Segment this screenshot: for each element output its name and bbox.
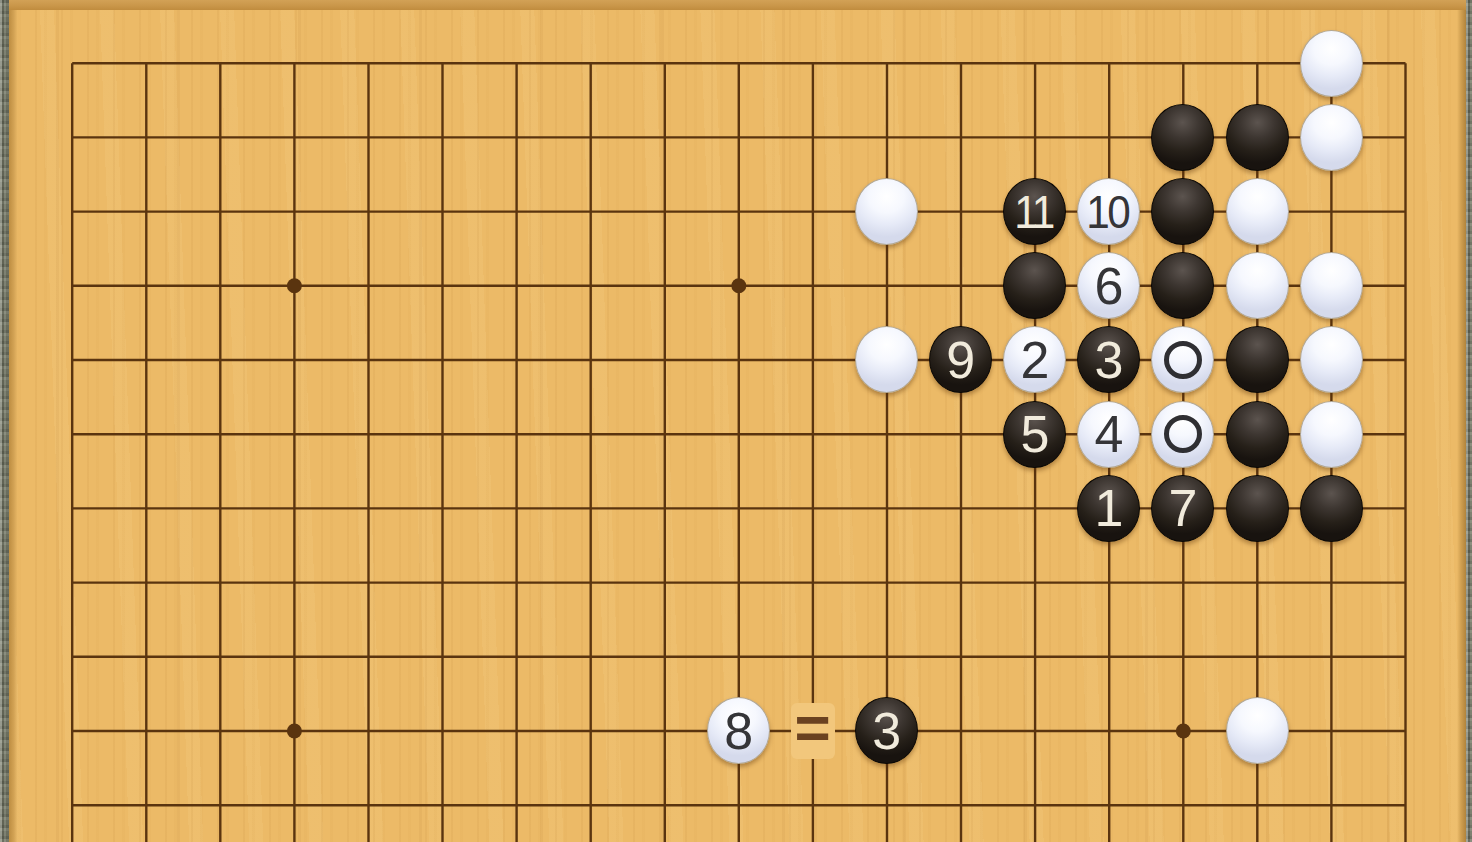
- move-number: 2: [1020, 334, 1049, 386]
- move-number: 5: [1020, 408, 1049, 460]
- move-number: 3: [872, 705, 901, 757]
- stone-white[interactable]: [1226, 252, 1289, 319]
- go-app-screen: 1110692354178=3: [0, 0, 1472, 842]
- move-number: 3: [1094, 334, 1123, 386]
- move-number: 6: [1094, 260, 1123, 312]
- move-number: 9: [946, 334, 975, 386]
- stone-black-move-3[interactable]: 3: [855, 697, 918, 764]
- stone-black-move-11[interactable]: 11: [1003, 178, 1066, 245]
- stone-black[interactable]: [1226, 326, 1289, 393]
- stone-white-move-6[interactable]: 6: [1077, 252, 1140, 319]
- stone-white[interactable]: [855, 178, 918, 245]
- stones-layer: 1110692354178=3: [35, 26, 1442, 842]
- move-number: 8: [724, 705, 753, 757]
- table-surface-right: [1466, 0, 1472, 842]
- stone-black[interactable]: [1151, 178, 1214, 245]
- stone-white[interactable]: [1300, 326, 1363, 393]
- stone-black[interactable]: [1300, 475, 1363, 542]
- stone-white-circled[interactable]: [1151, 401, 1214, 468]
- stone-white[interactable]: [1300, 104, 1363, 171]
- stone-black[interactable]: [1226, 401, 1289, 468]
- move-number: 7: [1169, 482, 1198, 534]
- stone-white[interactable]: [1300, 401, 1363, 468]
- stone-white[interactable]: [1226, 178, 1289, 245]
- equals-sign: =: [776, 694, 850, 768]
- circle-mark: [1164, 341, 1202, 379]
- move-number: 4: [1094, 408, 1123, 460]
- stone-black[interactable]: [1226, 475, 1289, 542]
- stone-black[interactable]: [1151, 252, 1214, 319]
- stone-white-move-8[interactable]: 8: [707, 697, 770, 764]
- stone-white[interactable]: [1300, 252, 1363, 319]
- stone-black[interactable]: [1226, 104, 1289, 171]
- stone-black[interactable]: [1151, 104, 1214, 171]
- equals-text: =: [795, 697, 831, 759]
- stone-white[interactable]: [1300, 30, 1363, 97]
- stone-black-move-5[interactable]: 5: [1003, 401, 1066, 468]
- circle-mark: [1164, 415, 1202, 453]
- move-number: 10: [1087, 188, 1129, 235]
- stone-black-move-9[interactable]: 9: [929, 326, 992, 393]
- stone-white-move-10[interactable]: 10: [1077, 178, 1140, 245]
- stone-white-circled[interactable]: [1151, 326, 1214, 393]
- stone-black-move-7[interactable]: 7: [1151, 475, 1214, 542]
- stone-black[interactable]: [1003, 252, 1066, 319]
- move-number: 11: [1014, 188, 1053, 235]
- stone-white-move-4[interactable]: 4: [1077, 401, 1140, 468]
- stone-white[interactable]: [1226, 697, 1289, 764]
- stone-black-move-1[interactable]: 1: [1077, 475, 1140, 542]
- stone-black-move-3[interactable]: 3: [1077, 326, 1140, 393]
- move-number: 1: [1094, 482, 1123, 534]
- stone-white[interactable]: [855, 326, 918, 393]
- stone-white-move-2[interactable]: 2: [1003, 326, 1066, 393]
